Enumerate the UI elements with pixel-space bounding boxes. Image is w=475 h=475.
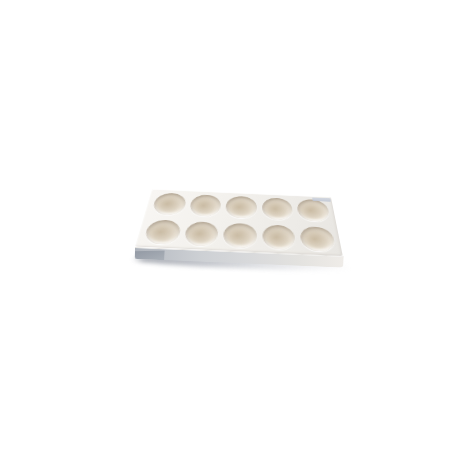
pit-grid: [143, 193, 336, 252]
pit-r2c4[interactable]: [262, 224, 296, 250]
pit-r2c5[interactable]: [300, 226, 337, 252]
mancala-board: [135, 189, 343, 256]
pit-r2c3[interactable]: [223, 222, 257, 248]
pit-r1c2[interactable]: [188, 194, 222, 217]
pit-r1c1[interactable]: [151, 193, 187, 215]
pit-r2c2[interactable]: [183, 221, 219, 247]
tray-front-left-wedge: [134, 248, 164, 260]
photo-canvas: [0, 0, 475, 475]
pit-r1c3[interactable]: [225, 196, 257, 219]
pit-r2c1[interactable]: [143, 219, 182, 245]
pit-r1c5[interactable]: [297, 199, 331, 222]
pit-r1c4[interactable]: [262, 197, 294, 220]
